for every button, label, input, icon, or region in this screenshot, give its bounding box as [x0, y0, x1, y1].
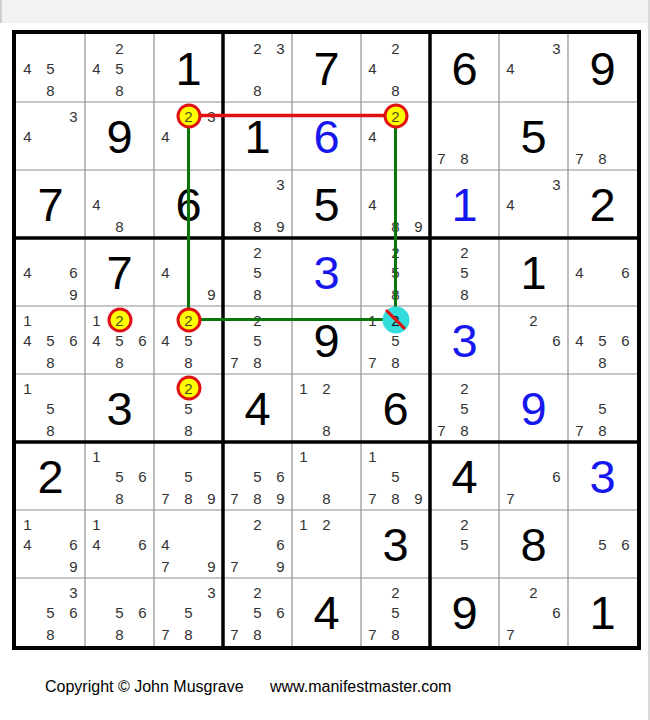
- candidate-5: 5: [115, 605, 123, 620]
- cell-r2c9[interactable]: 78: [568, 102, 637, 170]
- cell-r3c8[interactable]: 34: [499, 170, 568, 238]
- sudoku-board: 4582458123872486349349234162478578748638…: [12, 30, 641, 650]
- cell-r4c7[interactable]: 258: [430, 238, 499, 306]
- cell-r8c1[interactable]: 1469: [16, 510, 85, 578]
- given-digit: 4: [292, 578, 361, 646]
- candidate-9: 9: [207, 490, 215, 505]
- candidate-1: 1: [23, 380, 31, 395]
- cell-r1c1[interactable]: 458: [16, 34, 85, 102]
- candidate-7: 7: [368, 626, 376, 641]
- cell-r7c1[interactable]: 2: [16, 442, 85, 510]
- candidate-1: 1: [23, 516, 31, 531]
- cell-r3c5[interactable]: 5: [292, 170, 361, 238]
- candidate-4: 4: [506, 61, 514, 76]
- candidate-8: 8: [391, 490, 399, 505]
- candidate-4: 4: [23, 333, 31, 348]
- candidate-8: 8: [391, 286, 399, 301]
- given-digit: 7: [16, 170, 85, 238]
- candidate-7: 7: [161, 490, 169, 505]
- candidate-9: 9: [414, 218, 422, 233]
- cell-r4c5[interactable]: 3: [292, 238, 361, 306]
- candidate-2: 2: [253, 312, 261, 327]
- chain-node: 2: [176, 103, 201, 128]
- candidate-4: 4: [161, 537, 169, 552]
- candidate-7: 7: [437, 422, 445, 437]
- cell-r6c4[interactable]: 4: [223, 374, 292, 442]
- cell-r7c3[interactable]: 5789: [154, 442, 223, 510]
- chain-node: 2: [176, 307, 201, 332]
- cell-r6c1[interactable]: 158: [16, 374, 85, 442]
- copyright-text: Copyright © John Musgrave: [45, 678, 244, 695]
- candidate-6: 6: [276, 537, 284, 552]
- marker-digit: 2: [115, 312, 123, 327]
- candidate-1: 1: [92, 516, 100, 531]
- cell-r1c8[interactable]: 34: [499, 34, 568, 102]
- candidate-8: 8: [115, 82, 123, 97]
- candidate-5: 5: [184, 605, 192, 620]
- candidate-2: 2: [391, 584, 399, 599]
- chain-node: 2: [107, 307, 132, 332]
- cell-r8c3[interactable]: 479: [154, 510, 223, 578]
- marker-digit: 2: [391, 108, 399, 123]
- cell-r6c7[interactable]: 2578: [430, 374, 499, 442]
- marker-digit: 2: [184, 312, 192, 327]
- cell-r3c9[interactable]: 2: [568, 170, 637, 238]
- candidate-6: 6: [69, 537, 77, 552]
- candidate-7: 7: [230, 354, 238, 369]
- solved-digit: 3: [568, 442, 637, 510]
- given-digit: 9: [85, 102, 154, 170]
- candidate-5: 5: [115, 333, 123, 348]
- cell-r1c4[interactable]: 238: [223, 34, 292, 102]
- solved-digit: 1: [430, 170, 499, 238]
- cell-r6c5[interactable]: 128: [292, 374, 361, 442]
- candidate-5: 5: [46, 605, 54, 620]
- candidate-2: 2: [253, 244, 261, 259]
- candidate-5: 5: [184, 469, 192, 484]
- candidate-7: 7: [575, 150, 583, 165]
- candidate-7: 7: [230, 558, 238, 573]
- candidate-2: 2: [391, 244, 399, 259]
- candidate-2: 2: [460, 380, 468, 395]
- candidate-8: 8: [253, 82, 261, 97]
- cell-r4c8[interactable]: 1: [499, 238, 568, 306]
- candidate-8: 8: [184, 422, 192, 437]
- cell-r1c3[interactable]: 1: [154, 34, 223, 102]
- candidate-5: 5: [115, 61, 123, 76]
- given-digit: 4: [223, 374, 292, 442]
- candidate-9: 9: [207, 558, 215, 573]
- cell-r3c2[interactable]: 48: [85, 170, 154, 238]
- given-digit: 9: [292, 306, 361, 374]
- cell-r5c9[interactable]: 4568: [568, 306, 637, 374]
- cell-r6c2[interactable]: 3: [85, 374, 154, 442]
- cell-r4c1[interactable]: 469: [16, 238, 85, 306]
- candidate-3: 3: [69, 584, 77, 599]
- candidate-8: 8: [322, 422, 330, 437]
- candidate-4: 4: [23, 537, 31, 552]
- candidate-8: 8: [184, 626, 192, 641]
- candidate-5: 5: [460, 401, 468, 416]
- candidate-4: 4: [368, 129, 376, 144]
- candidate-5: 5: [46, 61, 54, 76]
- cell-r7c2[interactable]: 1568: [85, 442, 154, 510]
- candidate-8: 8: [253, 626, 261, 641]
- candidate-8: 8: [115, 354, 123, 369]
- cell-r4c2[interactable]: 7: [85, 238, 154, 306]
- cell-r7c8[interactable]: 67: [499, 442, 568, 510]
- cell-r7c7[interactable]: 4: [430, 442, 499, 510]
- given-digit: 6: [154, 170, 223, 238]
- candidate-8: 8: [253, 218, 261, 233]
- cell-r1c2[interactable]: 2458: [85, 34, 154, 102]
- cell-r5c1[interactable]: 14568: [16, 306, 85, 374]
- marker-digit: 2: [184, 380, 192, 395]
- candidate-8: 8: [391, 354, 399, 369]
- candidate-8: 8: [460, 150, 468, 165]
- footer: Copyright © John Musgrave www.manifestma…: [45, 678, 473, 696]
- candidate-9: 9: [207, 286, 215, 301]
- cell-r7c9[interactable]: 3: [568, 442, 637, 510]
- candidate-3: 3: [276, 40, 284, 55]
- candidate-4: 4: [23, 129, 31, 144]
- cell-r5c4[interactable]: 2578: [223, 306, 292, 374]
- candidate-7: 7: [575, 422, 583, 437]
- given-digit: 3: [85, 374, 154, 442]
- cell-r7c6[interactable]: 15789: [361, 442, 430, 510]
- candidate-5: 5: [253, 265, 261, 280]
- candidate-2: 2: [529, 312, 537, 327]
- given-digit: 8: [499, 510, 568, 578]
- candidate-7: 7: [437, 150, 445, 165]
- cell-r3c6[interactable]: 489: [361, 170, 430, 238]
- candidate-4: 4: [92, 333, 100, 348]
- cell-r5c8[interactable]: 26: [499, 306, 568, 374]
- cell-r9c9[interactable]: 1: [568, 578, 637, 646]
- candidate-6: 6: [276, 605, 284, 620]
- candidate-8: 8: [391, 218, 399, 233]
- candidate-6: 6: [69, 605, 77, 620]
- candidate-9: 9: [414, 490, 422, 505]
- candidate-1: 1: [299, 380, 307, 395]
- candidate-5: 5: [391, 265, 399, 280]
- candidate-6: 6: [69, 333, 77, 348]
- candidate-7: 7: [368, 354, 376, 369]
- cell-r8c4[interactable]: 2679: [223, 510, 292, 578]
- candidate-8: 8: [253, 286, 261, 301]
- cell-r8c6[interactable]: 3: [361, 510, 430, 578]
- cell-r9c2[interactable]: 568: [85, 578, 154, 646]
- given-digit: 3: [361, 510, 430, 578]
- candidate-2: 2: [253, 584, 261, 599]
- candidate-2: 2: [322, 516, 330, 531]
- cell-r6c9[interactable]: 578: [568, 374, 637, 442]
- candidate-2: 2: [253, 40, 261, 55]
- cell-r4c3[interactable]: 49: [154, 238, 223, 306]
- given-digit: 7: [292, 34, 361, 102]
- candidate-4: 4: [92, 537, 100, 552]
- elimination-mark: 2: [382, 306, 409, 333]
- cell-r2c8[interactable]: 5: [499, 102, 568, 170]
- given-digit: 5: [292, 170, 361, 238]
- candidate-4: 4: [23, 61, 31, 76]
- candidate-1: 1: [23, 312, 31, 327]
- given-digit: 1: [499, 238, 568, 306]
- cell-r9c5[interactable]: 4: [292, 578, 361, 646]
- candidate-1: 1: [299, 516, 307, 531]
- cell-r2c4[interactable]: 1: [223, 102, 292, 170]
- cell-r1c6[interactable]: 248: [361, 34, 430, 102]
- cell-r3c4[interactable]: 389: [223, 170, 292, 238]
- candidate-1: 1: [299, 448, 307, 463]
- cell-r1c7[interactable]: 6: [430, 34, 499, 102]
- candidate-5: 5: [253, 469, 261, 484]
- candidate-7: 7: [230, 626, 238, 641]
- candidate-5: 5: [391, 605, 399, 620]
- candidate-8: 8: [46, 82, 54, 97]
- candidate-5: 5: [46, 333, 54, 348]
- candidate-4: 4: [575, 265, 583, 280]
- cell-r9c4[interactable]: 25678: [223, 578, 292, 646]
- candidate-6: 6: [621, 537, 629, 552]
- candidate-5: 5: [460, 537, 468, 552]
- candidate-8: 8: [46, 422, 54, 437]
- candidate-2: 2: [529, 584, 537, 599]
- candidate-1: 1: [368, 312, 376, 327]
- candidate-3: 3: [552, 176, 560, 191]
- cell-r2c5[interactable]: 6: [292, 102, 361, 170]
- candidate-6: 6: [138, 605, 146, 620]
- cell-r9c8[interactable]: 267: [499, 578, 568, 646]
- cell-r4c6[interactable]: 258: [361, 238, 430, 306]
- candidate-8: 8: [460, 286, 468, 301]
- candidate-6: 6: [138, 469, 146, 484]
- candidate-2: 2: [253, 516, 261, 531]
- candidate-5: 5: [115, 469, 123, 484]
- candidate-3: 3: [276, 176, 284, 191]
- candidate-5: 5: [598, 537, 606, 552]
- cell-r2c1[interactable]: 34: [16, 102, 85, 170]
- candidate-8: 8: [598, 422, 606, 437]
- candidate-8: 8: [184, 490, 192, 505]
- candidate-6: 6: [138, 333, 146, 348]
- cell-r2c7[interactable]: 78: [430, 102, 499, 170]
- solved-digit: 9: [499, 374, 568, 442]
- given-digit: 5: [499, 102, 568, 170]
- candidate-5: 5: [598, 333, 606, 348]
- candidate-4: 4: [92, 197, 100, 212]
- candidate-3: 3: [552, 40, 560, 55]
- chain-node: 2: [383, 103, 408, 128]
- candidate-5: 5: [46, 401, 54, 416]
- candidate-5: 5: [391, 333, 399, 348]
- candidate-2: 2: [322, 380, 330, 395]
- candidate-8: 8: [115, 490, 123, 505]
- solved-digit: 3: [430, 306, 499, 374]
- candidate-8: 8: [46, 354, 54, 369]
- candidate-8: 8: [391, 626, 399, 641]
- cell-r6c6[interactable]: 6: [361, 374, 430, 442]
- candidate-7: 7: [506, 490, 514, 505]
- cell-r8c9[interactable]: 56: [568, 510, 637, 578]
- given-digit: 1: [223, 102, 292, 170]
- candidate-9: 9: [69, 558, 77, 573]
- candidate-9: 9: [276, 558, 284, 573]
- candidate-1: 1: [92, 312, 100, 327]
- candidate-6: 6: [621, 333, 629, 348]
- cell-r8c2[interactable]: 146: [85, 510, 154, 578]
- given-digit: 6: [430, 34, 499, 102]
- cell-r6c8[interactable]: 9: [499, 374, 568, 442]
- candidate-7: 7: [161, 626, 169, 641]
- marker-digit: 2: [184, 108, 192, 123]
- candidate-8: 8: [460, 422, 468, 437]
- candidate-5: 5: [184, 333, 192, 348]
- given-digit: 7: [85, 238, 154, 306]
- cell-r5c5[interactable]: 9: [292, 306, 361, 374]
- candidate-6: 6: [621, 265, 629, 280]
- candidate-6: 6: [552, 469, 560, 484]
- cell-r9c6[interactable]: 2578: [361, 578, 430, 646]
- candidate-3: 3: [69, 108, 77, 123]
- cell-r1c5[interactable]: 7: [292, 34, 361, 102]
- candidate-7: 7: [506, 626, 514, 641]
- candidate-6: 6: [552, 333, 560, 348]
- candidate-4: 4: [368, 61, 376, 76]
- given-digit: 1: [568, 578, 637, 646]
- solved-digit: 3: [292, 238, 361, 306]
- candidate-5: 5: [253, 333, 261, 348]
- candidate-7: 7: [368, 490, 376, 505]
- candidate-6: 6: [276, 469, 284, 484]
- candidate-6: 6: [69, 265, 77, 280]
- cell-r9c7[interactable]: 9: [430, 578, 499, 646]
- given-digit: 1: [154, 34, 223, 102]
- candidate-7: 7: [230, 490, 238, 505]
- candidate-4: 4: [161, 333, 169, 348]
- given-digit: 9: [568, 34, 637, 102]
- candidate-9: 9: [276, 218, 284, 233]
- candidate-4: 4: [368, 197, 376, 212]
- candidate-8: 8: [253, 354, 261, 369]
- candidate-2: 2: [115, 40, 123, 55]
- candidate-3: 3: [207, 584, 215, 599]
- candidate-8: 8: [115, 626, 123, 641]
- candidate-8: 8: [46, 626, 54, 641]
- cell-r3c1[interactable]: 7: [16, 170, 85, 238]
- cell-r3c3[interactable]: 6: [154, 170, 223, 238]
- candidate-5: 5: [598, 401, 606, 416]
- given-digit: 6: [361, 374, 430, 442]
- candidate-6: 6: [552, 605, 560, 620]
- candidate-5: 5: [391, 469, 399, 484]
- candidate-5: 5: [184, 401, 192, 416]
- candidate-4: 4: [575, 333, 583, 348]
- candidate-5: 5: [253, 605, 261, 620]
- cell-r4c4[interactable]: 258: [223, 238, 292, 306]
- candidate-9: 9: [69, 286, 77, 301]
- candidate-8: 8: [598, 354, 606, 369]
- chain-node: 2: [176, 375, 201, 400]
- cell-r8c7[interactable]: 25: [430, 510, 499, 578]
- candidate-2: 2: [460, 244, 468, 259]
- candidate-4: 4: [161, 265, 169, 280]
- cell-r3c7[interactable]: 1: [430, 170, 499, 238]
- given-digit: 9: [430, 578, 499, 646]
- candidate-3: 3: [207, 108, 215, 123]
- candidate-4: 4: [161, 129, 169, 144]
- candidate-4: 4: [506, 197, 514, 212]
- candidate-8: 8: [115, 218, 123, 233]
- cell-r5c7[interactable]: 3: [430, 306, 499, 374]
- website-link[interactable]: www.manifestmaster.com: [270, 678, 451, 695]
- candidate-6: 6: [138, 537, 146, 552]
- candidate-1: 1: [92, 448, 100, 463]
- candidate-4: 4: [23, 265, 31, 280]
- cell-r7c4[interactable]: 56789: [223, 442, 292, 510]
- cell-r9c1[interactable]: 3568: [16, 578, 85, 646]
- candidate-5: 5: [460, 265, 468, 280]
- candidate-1: 1: [368, 448, 376, 463]
- candidate-2: 2: [391, 40, 399, 55]
- given-digit: 2: [16, 442, 85, 510]
- given-digit: 4: [430, 442, 499, 510]
- cell-r7c5[interactable]: 18: [292, 442, 361, 510]
- candidate-8: 8: [253, 490, 261, 505]
- candidate-8: 8: [322, 490, 330, 505]
- given-digit: 2: [568, 170, 637, 238]
- candidate-2: 2: [460, 516, 468, 531]
- candidate-4: 4: [92, 61, 100, 76]
- candidate-8: 8: [184, 354, 192, 369]
- cell-r2c2[interactable]: 9: [85, 102, 154, 170]
- solved-digit: 6: [292, 102, 361, 170]
- cell-r1c9[interactable]: 9: [568, 34, 637, 102]
- candidate-9: 9: [276, 490, 284, 505]
- candidate-7: 7: [161, 558, 169, 573]
- page-top-band: [0, 0, 650, 23]
- cell-r4c9[interactable]: 46: [568, 238, 637, 306]
- candidate-8: 8: [391, 82, 399, 97]
- candidate-8: 8: [598, 150, 606, 165]
- cell-r9c3[interactable]: 3578: [154, 578, 223, 646]
- cell-r8c5[interactable]: 12: [292, 510, 361, 578]
- cell-r8c8[interactable]: 8: [499, 510, 568, 578]
